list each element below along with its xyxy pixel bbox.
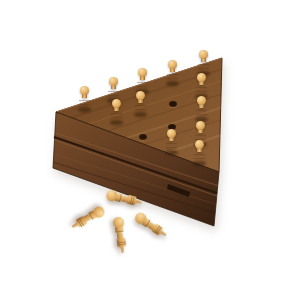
peg-r2p2[interactable]: [111, 99, 122, 123]
peg-head: [138, 68, 147, 77]
peg-head: [167, 129, 176, 138]
empty-hole-r4p2[interactable]: [169, 101, 177, 107]
peg-head: [168, 60, 177, 69]
peg-board: [0, 0, 285, 285]
peg-body: [194, 151, 205, 164]
peg-r4p4[interactable]: [166, 129, 177, 153]
product-photo-scene: [0, 0, 285, 285]
peg-body: [167, 71, 178, 84]
peg-body: [135, 102, 146, 115]
peg-body: [79, 97, 90, 110]
peg-body: [196, 107, 207, 120]
loose-peg-tip: [71, 221, 79, 228]
empty-hole-r3p3[interactable]: [139, 134, 147, 140]
peg-r1p1[interactable]: [79, 86, 90, 110]
peg-head: [80, 86, 89, 95]
peg-r5p5[interactable]: [194, 140, 205, 164]
peg-head: [197, 73, 206, 82]
peg-r3p1[interactable]: [137, 68, 148, 92]
peg-r2p1[interactable]: [108, 77, 119, 101]
peg-head: [112, 99, 121, 108]
peg-r3p2[interactable]: [135, 91, 146, 115]
peg-body: [166, 140, 177, 153]
peg-r5p3[interactable]: [196, 96, 207, 120]
peg-head: [196, 121, 205, 130]
loose-peg-base: [116, 237, 126, 247]
peg-head: [197, 96, 206, 105]
peg-head: [195, 140, 204, 149]
peg-head: [109, 77, 118, 86]
peg-body: [111, 110, 122, 123]
loose-peg-tip: [119, 245, 124, 252]
peg-head: [199, 50, 208, 59]
peg-head: [136, 91, 145, 100]
peg-r5p2[interactable]: [196, 73, 207, 97]
peg-r4p1[interactable]: [167, 60, 178, 84]
peg-r5p1[interactable]: [198, 50, 209, 74]
loose-peg-base: [125, 194, 136, 205]
